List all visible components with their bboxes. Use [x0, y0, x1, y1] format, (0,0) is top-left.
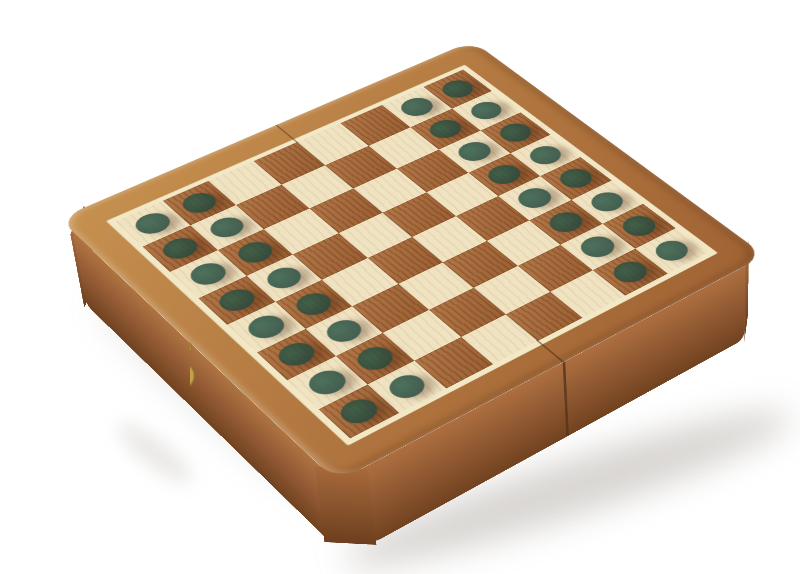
chess-board: ♜♟♞♟♝♟♛♟♚♟♝♟♟♞♜♟♟♜♞♟♟♝♟♛♟♚♟♝♟♞♟♜ — [59, 41, 765, 482]
near-corner-wall — [315, 466, 377, 545]
board-top-face: ♜♟♞♟♝♟♛♟♚♟♝♟♟♞♜♟♟♜♞♟♟♝♟♛♟♚♟♝♟♞♟♜ — [59, 41, 765, 482]
photo-stage: ♜♟♞♟♝♟♛♟♚♟♝♟♟♞♜♟♟♜♞♟♟♝♟♛♟♚♟♝♟♞♟♜ — [0, 0, 800, 574]
white-pawn-h2[interactable]: ♟ — [592, 249, 667, 296]
black-rook-glyph: ♜ — [293, 325, 424, 416]
white-pawn-glyph: ♟ — [569, 200, 690, 277]
fold-seam-wall — [563, 361, 569, 437]
